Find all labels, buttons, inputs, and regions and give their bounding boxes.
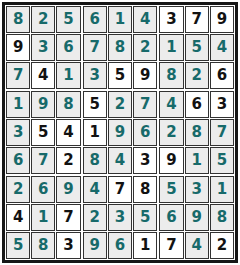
- cell-r8c7[interactable]: 6: [159, 204, 183, 231]
- clue-digit: 9: [217, 12, 227, 27]
- entry-digit: 1: [115, 12, 125, 27]
- entry-digit: 5: [217, 153, 227, 168]
- entry-digit: 2: [115, 97, 125, 112]
- cell-r7c2[interactable]: 6: [31, 176, 55, 203]
- entry-digit: 3: [115, 210, 125, 225]
- entry-digit: 4: [191, 238, 201, 253]
- entry-digit: 8: [13, 12, 23, 27]
- sudoku-box-3-3: 531698742: [159, 176, 234, 259]
- cell-r8c2[interactable]: 1: [31, 204, 55, 231]
- entry-digit: 1: [191, 153, 201, 168]
- cell-r9c8[interactable]: 4: [185, 232, 209, 259]
- cell-r2c2[interactable]: 3: [31, 34, 55, 61]
- cell-r9c2[interactable]: 8: [31, 232, 55, 259]
- cell-r1c1[interactable]: 8: [6, 6, 30, 33]
- entry-digit: 6: [90, 12, 100, 27]
- cell-r5c2[interactable]: 5: [31, 119, 55, 146]
- cell-r4c5[interactable]: 2: [108, 91, 132, 118]
- entry-digit: 2: [38, 12, 48, 27]
- cell-r7c3[interactable]: 9: [56, 176, 80, 203]
- cell-r6c8[interactable]: 1: [185, 147, 209, 174]
- cell-r2c5[interactable]: 8: [108, 34, 132, 61]
- cell-r8c9[interactable]: 8: [210, 204, 234, 231]
- entry-digit: 1: [38, 210, 48, 225]
- entry-digit: 6: [13, 153, 23, 168]
- cell-r1c5[interactable]: 1: [108, 6, 132, 33]
- clue-digit: 4: [13, 210, 23, 225]
- cell-r8c1[interactable]: 4: [6, 204, 30, 231]
- clue-digit: 7: [63, 210, 73, 225]
- cell-r4c9[interactable]: 3: [210, 91, 234, 118]
- clue-digit: 5: [90, 97, 100, 112]
- entry-digit: 3: [90, 68, 100, 83]
- entry-digit: 1: [63, 68, 73, 83]
- cell-r6c5[interactable]: 4: [108, 147, 132, 174]
- entry-digit: 2: [166, 125, 176, 140]
- entry-digit: 6: [166, 210, 176, 225]
- entry-digit: 8: [217, 210, 227, 225]
- cell-r4c7[interactable]: 4: [159, 91, 183, 118]
- sudoku-box-1-1: 825936741: [6, 6, 81, 89]
- cell-r1c6[interactable]: 4: [133, 6, 157, 33]
- entry-digit: 1: [13, 97, 23, 112]
- cell-r5c7[interactable]: 2: [159, 119, 183, 146]
- cell-r6c1[interactable]: 6: [6, 147, 30, 174]
- sudoku-frame: 8259367416147823593791548261983546725271…: [2, 2, 238, 263]
- entry-digit: 7: [38, 153, 48, 168]
- cell-r8c8[interactable]: 9: [185, 204, 209, 231]
- entry-digit: 9: [115, 125, 125, 140]
- entry-digit: 4: [115, 153, 125, 168]
- cell-r4c8[interactable]: 6: [185, 91, 209, 118]
- clue-digit: 3: [140, 153, 150, 168]
- cell-r3c4[interactable]: 3: [83, 62, 107, 89]
- entry-digit: 2: [90, 210, 100, 225]
- entry-digit: 8: [90, 153, 100, 168]
- entry-digit: 5: [63, 12, 73, 27]
- cell-r3c6[interactable]: 9: [133, 62, 157, 89]
- cell-r9c7[interactable]: 7: [159, 232, 183, 259]
- cell-r5c4[interactable]: 1: [83, 119, 107, 146]
- sudoku-box-2-1: 198354672: [6, 91, 81, 174]
- cell-r9c3[interactable]: 3: [56, 232, 80, 259]
- entry-digit: 6: [63, 40, 73, 55]
- cell-r1c8[interactable]: 7: [185, 6, 209, 33]
- cell-r2c6[interactable]: 2: [133, 34, 157, 61]
- cell-r1c7[interactable]: 3: [159, 6, 183, 33]
- cell-r9c1[interactable]: 5: [6, 232, 30, 259]
- cell-r5c1[interactable]: 3: [6, 119, 30, 146]
- entry-digit: 7: [90, 40, 100, 55]
- cell-r7c6[interactable]: 8: [133, 176, 157, 203]
- entry-digit: 9: [191, 210, 201, 225]
- entry-digit: 7: [140, 97, 150, 112]
- entry-digit: 5: [166, 182, 176, 197]
- entry-digit: 5: [13, 238, 23, 253]
- cell-r9c4[interactable]: 9: [83, 232, 107, 259]
- cell-r7c7[interactable]: 5: [159, 176, 183, 203]
- cell-r7c1[interactable]: 2: [6, 176, 30, 203]
- sudoku-box-3-1: 269417583: [6, 176, 81, 259]
- cell-r8c3[interactable]: 7: [56, 204, 80, 231]
- cell-r1c4[interactable]: 6: [83, 6, 107, 33]
- clue-digit: 3: [217, 97, 227, 112]
- entry-digit: 2: [140, 40, 150, 55]
- sudoku-box-2-3: 463287915: [159, 91, 234, 174]
- cell-r6c2[interactable]: 7: [31, 147, 55, 174]
- cell-r8c4[interactable]: 2: [83, 204, 107, 231]
- cell-r3c2[interactable]: 4: [31, 62, 55, 89]
- cell-r7c5[interactable]: 7: [108, 176, 132, 203]
- clue-digit: 3: [63, 238, 73, 253]
- entry-digit: 6: [38, 182, 48, 197]
- entry-digit: 1: [166, 40, 176, 55]
- entry-digit: 9: [90, 238, 100, 253]
- clue-digit: 1: [140, 238, 150, 253]
- cell-r1c3[interactable]: 5: [56, 6, 80, 33]
- clue-digit: 5: [115, 68, 125, 83]
- entry-digit: 3: [38, 40, 48, 55]
- sudoku-box-1-3: 379154826: [159, 6, 234, 89]
- cell-r6c6[interactable]: 3: [133, 147, 157, 174]
- entry-digit: 8: [115, 40, 125, 55]
- entry-digit: 2: [191, 68, 201, 83]
- cell-r3c3[interactable]: 1: [56, 62, 80, 89]
- entry-digit: 6: [140, 125, 150, 140]
- entry-digit: 4: [166, 97, 176, 112]
- cell-r5c8[interactable]: 8: [185, 119, 209, 146]
- cell-r9c5[interactable]: 6: [108, 232, 132, 259]
- entry-digit: 4: [140, 12, 150, 27]
- cell-r5c6[interactable]: 6: [133, 119, 157, 146]
- cell-r2c7[interactable]: 1: [159, 34, 183, 61]
- cell-r6c3[interactable]: 2: [56, 147, 80, 174]
- sudoku-box-1-2: 614782359: [83, 6, 158, 89]
- entry-digit: 6: [115, 238, 125, 253]
- cell-r4c4[interactable]: 5: [83, 91, 107, 118]
- entry-digit: 7: [217, 125, 227, 140]
- entry-digit: 5: [140, 210, 150, 225]
- cell-r1c9[interactable]: 9: [210, 6, 234, 33]
- cell-r8c6[interactable]: 5: [133, 204, 157, 231]
- cell-r7c4[interactable]: 4: [83, 176, 107, 203]
- entry-digit: 3: [191, 182, 201, 197]
- entry-digit: 8: [63, 97, 73, 112]
- clue-digit: 2: [217, 238, 227, 253]
- entry-digit: 8: [191, 125, 201, 140]
- clue-digit: 7: [166, 238, 176, 253]
- cell-r8c5[interactable]: 3: [108, 204, 132, 231]
- cell-r6c9[interactable]: 5: [210, 147, 234, 174]
- cell-r2c4[interactable]: 7: [83, 34, 107, 61]
- sudoku-box-3-2: 478235961: [83, 176, 158, 259]
- clue-digit: 9: [166, 153, 176, 168]
- cell-r4c3[interactable]: 8: [56, 91, 80, 118]
- cell-r2c8[interactable]: 5: [185, 34, 209, 61]
- cell-r5c9[interactable]: 7: [210, 119, 234, 146]
- entry-digit: 4: [90, 182, 100, 197]
- clue-digit: 6: [217, 68, 227, 83]
- entry-digit: 1: [217, 182, 227, 197]
- clue-digit: 6: [191, 97, 201, 112]
- cell-r9c6[interactable]: 1: [133, 232, 157, 259]
- cell-r4c6[interactable]: 7: [133, 91, 157, 118]
- clue-digit: 3: [166, 12, 176, 27]
- cell-r2c1[interactable]: 9: [6, 34, 30, 61]
- clue-digit: 1: [90, 125, 100, 140]
- entry-digit: 9: [38, 97, 48, 112]
- clue-digit: 4: [38, 68, 48, 83]
- cell-r3c5[interactable]: 5: [108, 62, 132, 89]
- clue-digit: 2: [63, 153, 73, 168]
- cell-r6c4[interactable]: 8: [83, 147, 107, 174]
- cell-r2c9[interactable]: 4: [210, 34, 234, 61]
- cell-r1c2[interactable]: 2: [31, 6, 55, 33]
- clue-digit: 7: [115, 182, 125, 197]
- cell-r3c1[interactable]: 7: [6, 62, 30, 89]
- entry-digit: 5: [191, 40, 201, 55]
- cell-r3c7[interactable]: 8: [159, 62, 183, 89]
- entry-digit: 9: [63, 182, 73, 197]
- cell-r7c8[interactable]: 3: [185, 176, 209, 203]
- entry-digit: 7: [13, 68, 23, 83]
- clue-digit: 8: [140, 182, 150, 197]
- entry-digit: 8: [166, 68, 176, 83]
- cell-r4c2[interactable]: 9: [31, 91, 55, 118]
- sudoku-box-2-2: 527196843: [83, 91, 158, 174]
- clue-digit: 9: [140, 68, 150, 83]
- cell-r9c9[interactable]: 2: [210, 232, 234, 259]
- clue-digit: 7: [191, 12, 201, 27]
- clue-digit: 5: [38, 125, 48, 140]
- sudoku-board: 8259367416147823593791548261983546725271…: [0, 0, 240, 265]
- entry-digit: 3: [13, 125, 23, 140]
- cell-r5c3[interactable]: 4: [56, 119, 80, 146]
- cell-r2c3[interactable]: 6: [56, 34, 80, 61]
- clue-digit: 4: [63, 125, 73, 140]
- cell-r6c7[interactable]: 9: [159, 147, 183, 174]
- cell-r4c1[interactable]: 1: [6, 91, 30, 118]
- cell-r3c8[interactable]: 2: [185, 62, 209, 89]
- entry-digit: 4: [217, 40, 227, 55]
- cell-r3c9[interactable]: 6: [210, 62, 234, 89]
- entry-digit: 2: [13, 182, 23, 197]
- cell-r5c5[interactable]: 9: [108, 119, 132, 146]
- clue-digit: 9: [13, 40, 23, 55]
- cell-r7c9[interactable]: 1: [210, 176, 234, 203]
- entry-digit: 8: [38, 238, 48, 253]
